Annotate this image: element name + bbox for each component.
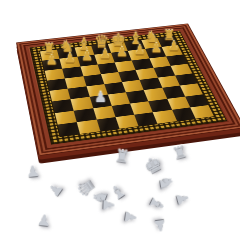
scattered-silver-pawn-11: ♟ [37,213,52,229]
scattered-silver-pawn-14: ♟ [152,217,167,234]
scattered-silver-king-3: ♚ [140,152,165,178]
scattered-silver-bishop-7: ♝ [106,180,130,204]
product-photo: ♜♞♝♛♚♝♞♜♟♟♟♟♟♟♟♟♟ ♜♜♚♛♞♞♝♝♟♟♟♟♟♟♟ [0,0,240,240]
scattered-silver-bishop-8: ♝ [145,193,168,215]
scattered-silver-rook-2: ♜ [171,143,189,162]
scattered-silver-pawn-10: ♟ [46,180,66,200]
scattered-silver-knight-5: ♞ [156,174,175,192]
scattered-silver-pawn-15: ♟ [173,191,191,208]
scattered-silver-pieces: ♜♜♚♛♞♞♝♝♟♟♟♟♟♟♟ [0,0,240,240]
scattered-silver-pawn-13: ♟ [122,209,139,224]
scattered-silver-rook-1: ♜ [114,148,130,166]
scattered-silver-queen-4: ♛ [73,175,100,201]
scattered-silver-pawn-12: ♟ [100,198,115,212]
scattered-silver-pawn-9: ♟ [26,164,41,180]
scattered-silver-knight-6: ♞ [89,187,110,207]
